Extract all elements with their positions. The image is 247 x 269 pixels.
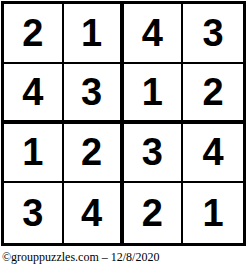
board-cell-r4c2: 4 (64, 183, 124, 243)
cell-digit: 4 (142, 14, 163, 52)
cell-digit: 1 (81, 14, 102, 52)
cell-digit: 1 (22, 133, 43, 171)
board-cell-r1c4: 3 (183, 4, 243, 64)
cell-digit: 3 (142, 133, 163, 171)
sudoku-board: 2143431212343421 (1, 1, 246, 246)
cell-digit: 3 (81, 73, 102, 111)
cell-digit: 1 (142, 73, 163, 111)
board-cell-r4c3: 2 (124, 183, 184, 243)
board-cell-r2c1: 4 (4, 64, 64, 124)
cell-digit: 4 (203, 133, 224, 171)
board-cell-r3c3: 3 (124, 124, 184, 184)
cell-digit: 1 (203, 194, 224, 232)
cell-digit: 2 (81, 133, 102, 171)
cell-digit: 2 (142, 194, 163, 232)
board-cell-r3c1: 1 (4, 124, 64, 184)
board-cell-r3c4: 4 (183, 124, 243, 184)
board-cell-r1c3: 4 (124, 4, 184, 64)
cell-digit: 4 (81, 194, 102, 232)
cell-digit: 2 (203, 73, 224, 111)
sudoku-page: 2143431212343421 ©grouppuzzles.com – 12/… (0, 1, 247, 264)
board-cell-r1c1: 2 (4, 4, 64, 64)
board-cell-r3c2: 2 (64, 124, 124, 184)
copyright-caption: ©grouppuzzles.com – 12/8/2020 (2, 250, 247, 264)
cell-digit: 3 (203, 14, 224, 52)
cell-digit: 2 (22, 14, 43, 52)
board-cell-r2c2: 3 (64, 64, 124, 124)
cell-digit: 4 (22, 73, 43, 111)
board-cell-r4c4: 1 (183, 183, 243, 243)
cell-digit: 3 (22, 194, 43, 232)
board-cell-r2c3: 1 (124, 64, 184, 124)
board-cell-r2c4: 2 (183, 64, 243, 124)
board-cell-r4c1: 3 (4, 183, 64, 243)
board-cell-r1c2: 1 (64, 4, 124, 64)
